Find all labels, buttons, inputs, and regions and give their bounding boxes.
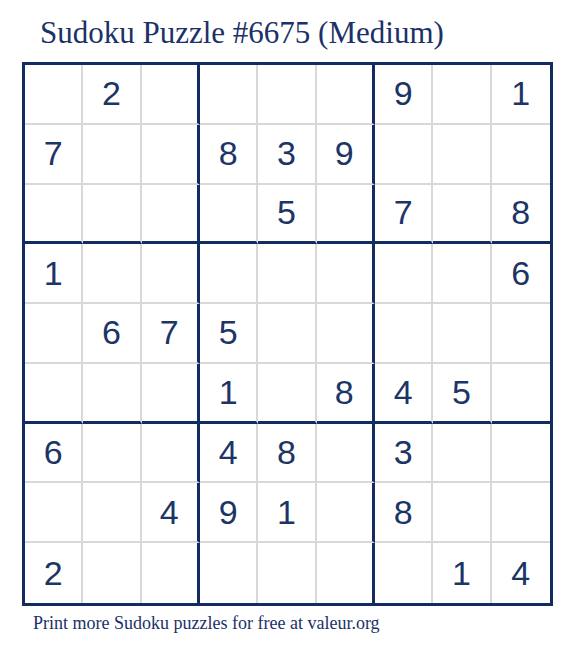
- cell-r7c2: [83, 424, 141, 484]
- cell-r2c1: 7: [25, 125, 83, 185]
- cell-r8c4: 9: [200, 483, 258, 543]
- sudoku-page: Sudoku Puzzle #6675 (Medium) 29178395781…: [0, 0, 574, 651]
- cell-r3c1: [25, 185, 83, 245]
- cell-r7c8: [433, 424, 491, 484]
- cell-r9c7: [375, 543, 433, 603]
- cell-r9c2: [83, 543, 141, 603]
- cell-r7c6: [317, 424, 375, 484]
- cell-r2c3: [142, 125, 200, 185]
- cell-r6c1: [25, 364, 83, 424]
- cell-r5c8: [433, 304, 491, 364]
- cell-r9c9: 4: [492, 543, 550, 603]
- cell-r9c8: 1: [433, 543, 491, 603]
- cell-r3c6: [317, 185, 375, 245]
- cell-r2c4: 8: [200, 125, 258, 185]
- cell-r7c5: 8: [258, 424, 316, 484]
- cell-r1c9: 1: [492, 65, 550, 125]
- cell-r3c8: [433, 185, 491, 245]
- cell-r3c4: [200, 185, 258, 245]
- cell-r8c5: 1: [258, 483, 316, 543]
- cell-r7c9: [492, 424, 550, 484]
- page-title: Sudoku Puzzle #6675 (Medium): [40, 14, 444, 51]
- cell-r7c4: 4: [200, 424, 258, 484]
- cell-r6c4: 1: [200, 364, 258, 424]
- cell-r1c8: [433, 65, 491, 125]
- cell-r4c3: [142, 244, 200, 304]
- cell-r5c4: 5: [200, 304, 258, 364]
- cell-r2c8: [433, 125, 491, 185]
- cell-r8c7: 8: [375, 483, 433, 543]
- cell-r8c6: [317, 483, 375, 543]
- cell-r8c8: [433, 483, 491, 543]
- cell-r9c4: [200, 543, 258, 603]
- cell-r6c3: [142, 364, 200, 424]
- cell-r4c4: [200, 244, 258, 304]
- sudoku-grid: 291783957816675184564834918214: [22, 62, 553, 606]
- cell-r4c2: [83, 244, 141, 304]
- cell-r6c8: 5: [433, 364, 491, 424]
- cell-r2c7: [375, 125, 433, 185]
- cell-r2c2: [83, 125, 141, 185]
- cell-r1c3: [142, 65, 200, 125]
- cell-r5c7: [375, 304, 433, 364]
- cell-r4c7: [375, 244, 433, 304]
- cell-r9c3: [142, 543, 200, 603]
- cell-r7c3: [142, 424, 200, 484]
- cell-r9c6: [317, 543, 375, 603]
- cell-r4c8: [433, 244, 491, 304]
- cell-r3c9: 8: [492, 185, 550, 245]
- cell-r8c3: 4: [142, 483, 200, 543]
- cell-r2c6: 9: [317, 125, 375, 185]
- cell-r6c9: [492, 364, 550, 424]
- cell-r3c7: 7: [375, 185, 433, 245]
- cell-r7c7: 3: [375, 424, 433, 484]
- cell-r5c6: [317, 304, 375, 364]
- cell-r9c5: [258, 543, 316, 603]
- cell-r5c3: 7: [142, 304, 200, 364]
- cell-r8c1: [25, 483, 83, 543]
- cell-r6c6: 8: [317, 364, 375, 424]
- cell-r2c9: [492, 125, 550, 185]
- cell-r1c6: [317, 65, 375, 125]
- cell-r9c1: 2: [25, 543, 83, 603]
- cell-r1c1: [25, 65, 83, 125]
- cell-r4c9: 6: [492, 244, 550, 304]
- cell-r5c2: 6: [83, 304, 141, 364]
- cell-r1c2: 2: [83, 65, 141, 125]
- cell-r3c2: [83, 185, 141, 245]
- cell-r5c5: [258, 304, 316, 364]
- cell-r4c6: [317, 244, 375, 304]
- cell-r1c5: [258, 65, 316, 125]
- cell-r6c7: 4: [375, 364, 433, 424]
- cell-r6c2: [83, 364, 141, 424]
- cell-r8c2: [83, 483, 141, 543]
- cell-r6c5: [258, 364, 316, 424]
- cell-r2c5: 3: [258, 125, 316, 185]
- cell-r4c1: 1: [25, 244, 83, 304]
- cell-r3c5: 5: [258, 185, 316, 245]
- cell-r1c4: [200, 65, 258, 125]
- cell-r8c9: [492, 483, 550, 543]
- cell-r4c5: [258, 244, 316, 304]
- footer-credit: Print more Sudoku puzzles for free at va…: [33, 613, 380, 634]
- cell-r5c9: [492, 304, 550, 364]
- cell-r3c3: [142, 185, 200, 245]
- cell-r1c7: 9: [375, 65, 433, 125]
- cell-r7c1: 6: [25, 424, 83, 484]
- cell-r5c1: [25, 304, 83, 364]
